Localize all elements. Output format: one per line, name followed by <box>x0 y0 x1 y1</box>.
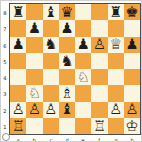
rank-label-3: 3 <box>2 86 9 100</box>
rank-labels: 87654321 <box>1 4 9 134</box>
square-g7[interactable] <box>108 20 124 36</box>
square-b3[interactable]: ♘ <box>26 85 42 101</box>
square-g8[interactable]: ♜ <box>108 4 124 20</box>
square-d8[interactable]: ♛ <box>59 4 75 20</box>
square-a1[interactable]: ♖ <box>10 118 26 134</box>
square-f5[interactable] <box>91 53 107 69</box>
square-e7[interactable] <box>75 20 91 36</box>
square-h4[interactable] <box>124 69 140 85</box>
square-a8[interactable]: ♜ <box>10 4 26 20</box>
rank-label-7: 7 <box>2 21 9 35</box>
square-e5[interactable] <box>75 53 91 69</box>
file-label-b: b <box>27 137 41 142</box>
file-label-h: h <box>125 137 139 142</box>
rank-label-4: 4 <box>2 70 9 84</box>
square-d2[interactable]: ♝ <box>59 102 75 118</box>
square-e1[interactable] <box>75 118 91 134</box>
square-h3[interactable] <box>124 85 140 101</box>
square-a3[interactable] <box>10 85 26 101</box>
square-h2[interactable]: ♙ <box>124 102 140 118</box>
piece-white-pawn[interactable]: ♙ <box>44 102 57 117</box>
piece-black-pawn[interactable]: ♟ <box>12 37 25 52</box>
piece-white-pawn[interactable]: ♙ <box>125 102 138 117</box>
square-e6[interactable]: ♟ <box>75 37 91 53</box>
file-label-a: a <box>11 137 25 142</box>
square-c4[interactable] <box>43 69 59 85</box>
piece-black-queen[interactable]: ♛ <box>60 5 73 20</box>
square-b2[interactable]: ♙ <box>26 102 42 118</box>
chess-board[interactable]: ♜♝♛♜♚♟♟♟♞♟♙♕♟♞♘♘♗♙♙♙♝♙♙♖♖♔ <box>9 3 141 135</box>
piece-white-pawn[interactable]: ♙ <box>93 37 106 52</box>
square-e3[interactable] <box>75 85 91 101</box>
piece-white-king[interactable]: ♔ <box>125 119 138 134</box>
file-label-e: e <box>76 137 90 142</box>
piece-black-rook[interactable]: ♜ <box>109 5 122 20</box>
square-f4[interactable] <box>91 69 107 85</box>
square-f7[interactable] <box>91 20 107 36</box>
square-f6[interactable]: ♙ <box>91 37 107 53</box>
square-e4[interactable]: ♘ <box>75 69 91 85</box>
piece-black-knight[interactable]: ♞ <box>44 37 57 52</box>
piece-white-queen[interactable]: ♕ <box>109 37 122 52</box>
square-b5[interactable] <box>26 53 42 69</box>
piece-black-bishop[interactable]: ♝ <box>60 102 73 117</box>
square-f1[interactable]: ♖ <box>91 118 107 134</box>
piece-white-rook[interactable]: ♖ <box>12 119 25 134</box>
square-h7[interactable] <box>124 20 140 36</box>
square-g5[interactable] <box>108 53 124 69</box>
square-h8[interactable]: ♚ <box>124 4 140 20</box>
piece-white-knight[interactable]: ♘ <box>77 70 90 85</box>
rank-label-6: 6 <box>2 38 9 52</box>
piece-white-pawn[interactable]: ♙ <box>12 102 25 117</box>
file-labels: abcdefgh <box>10 136 140 142</box>
piece-black-king[interactable]: ♚ <box>125 5 138 20</box>
square-c1[interactable] <box>43 118 59 134</box>
rank-label-2: 2 <box>2 103 9 117</box>
square-b6[interactable] <box>26 37 42 53</box>
piece-white-pawn[interactable]: ♙ <box>109 102 122 117</box>
piece-white-rook[interactable]: ♖ <box>93 119 106 134</box>
square-d7[interactable]: ♟ <box>59 20 75 36</box>
file-label-f: f <box>92 137 106 142</box>
square-e2[interactable] <box>75 102 91 118</box>
square-c5[interactable] <box>43 53 59 69</box>
rank-label-8: 8 <box>2 5 9 19</box>
square-g6[interactable]: ♕ <box>108 37 124 53</box>
piece-black-knight[interactable]: ♞ <box>60 54 73 69</box>
square-f2[interactable] <box>91 102 107 118</box>
square-f3[interactable] <box>91 85 107 101</box>
square-g1[interactable] <box>108 118 124 134</box>
square-c3[interactable] <box>43 85 59 101</box>
square-e8[interactable] <box>75 4 91 20</box>
square-g2[interactable]: ♙ <box>108 102 124 118</box>
piece-white-bishop[interactable]: ♗ <box>60 86 73 101</box>
square-c2[interactable]: ♙ <box>43 102 59 118</box>
rank-label-5: 5 <box>2 54 9 68</box>
piece-black-rook[interactable]: ♜ <box>12 5 25 20</box>
square-d5[interactable]: ♞ <box>59 53 75 69</box>
chessboard-window: 87654321 ♜♝♛♜♚♟♟♟♞♟♙♕♟♞♘♘♗♙♙♙♝♙♙♖♖♔ abcd… <box>0 0 142 142</box>
square-b4[interactable] <box>26 69 42 85</box>
piece-white-pawn[interactable]: ♙ <box>28 102 41 117</box>
file-label-g: g <box>109 137 123 142</box>
square-a6[interactable]: ♟ <box>10 37 26 53</box>
square-a7[interactable] <box>10 20 26 36</box>
piece-black-bishop[interactable]: ♝ <box>44 5 57 20</box>
square-a2[interactable]: ♙ <box>10 102 26 118</box>
square-b1[interactable] <box>26 118 42 134</box>
piece-black-pawn[interactable]: ♟ <box>28 21 41 36</box>
square-c7[interactable] <box>43 20 59 36</box>
piece-black-pawn[interactable]: ♟ <box>77 37 90 52</box>
square-g4[interactable] <box>108 69 124 85</box>
square-d1[interactable] <box>59 118 75 134</box>
piece-black-pawn[interactable]: ♟ <box>60 21 73 36</box>
square-b8[interactable] <box>26 4 42 20</box>
square-h1[interactable]: ♔ <box>124 118 140 134</box>
square-h5[interactable] <box>124 53 140 69</box>
square-f8[interactable] <box>91 4 107 20</box>
square-a4[interactable] <box>10 69 26 85</box>
piece-white-knight[interactable]: ♘ <box>28 86 41 101</box>
file-label-d: d <box>60 137 74 142</box>
square-c8[interactable]: ♝ <box>43 4 59 20</box>
square-d3[interactable]: ♗ <box>59 85 75 101</box>
square-c6[interactable]: ♞ <box>43 37 59 53</box>
file-label-c: c <box>44 137 58 142</box>
rank-label-1: 1 <box>2 119 9 133</box>
square-h6[interactable]: ♟ <box>124 37 140 53</box>
white-to-move-indicator <box>2 133 10 141</box>
square-g3[interactable] <box>108 85 124 101</box>
square-a5[interactable] <box>10 53 26 69</box>
square-b7[interactable]: ♟ <box>26 20 42 36</box>
square-d4[interactable] <box>59 69 75 85</box>
square-d6[interactable] <box>59 37 75 53</box>
piece-black-pawn[interactable]: ♟ <box>125 37 138 52</box>
